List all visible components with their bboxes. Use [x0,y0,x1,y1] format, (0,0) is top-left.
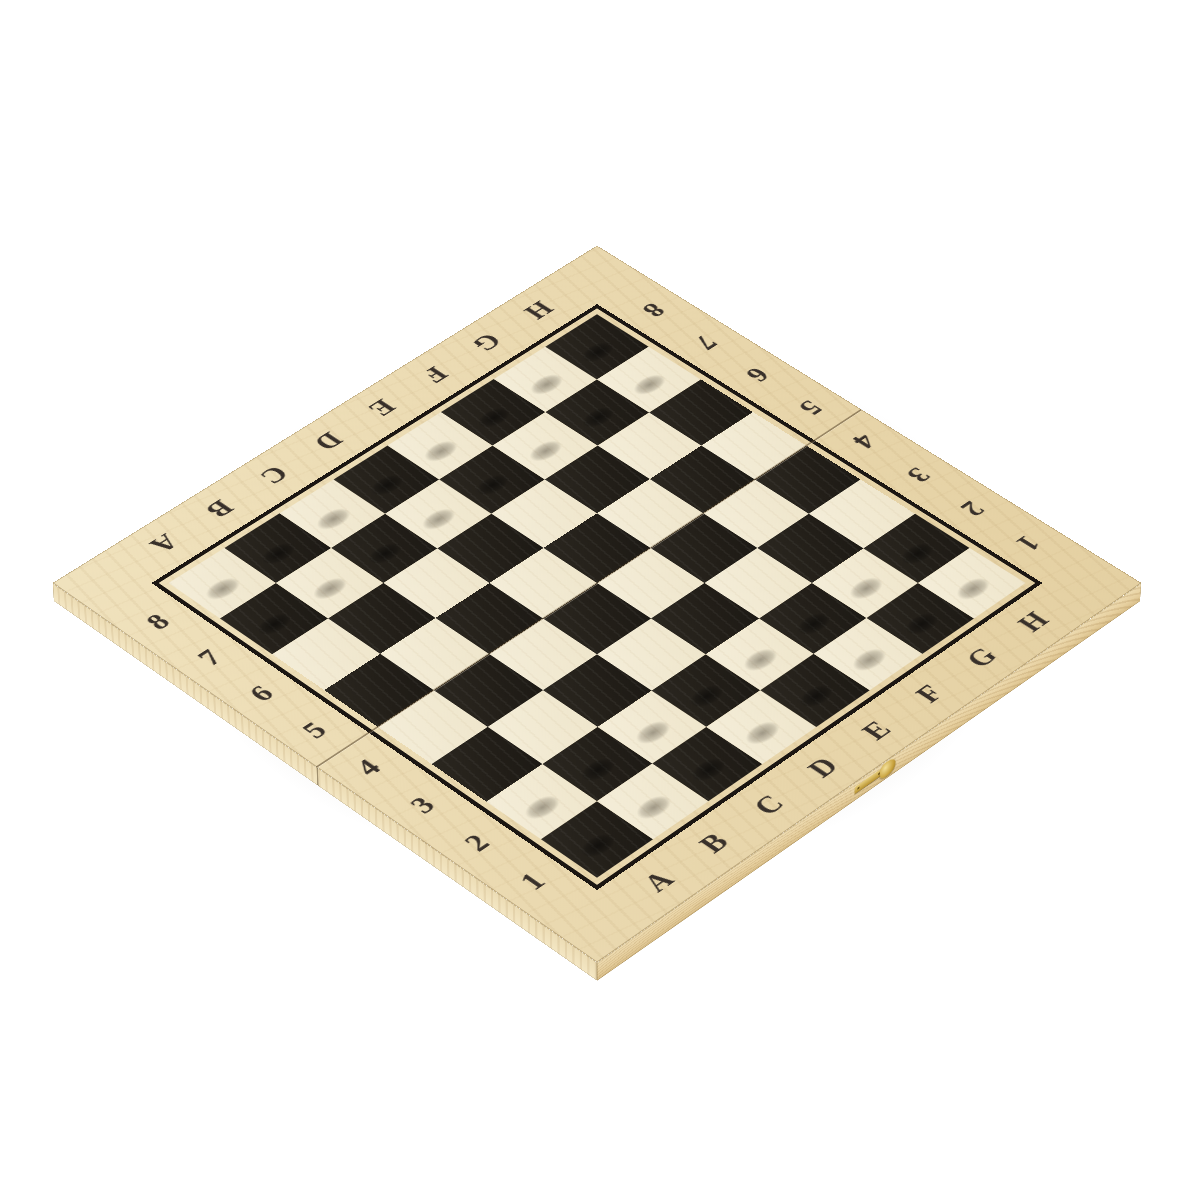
king-spike-finial-icon [435,278,445,298]
file-label-near-g-text: G [961,644,1003,672]
rank-label-far-5-text: 5 [793,397,827,419]
rank-label-near-4-text: 4 [351,756,387,780]
rank-label-near-5-text: 5 [297,719,332,743]
fold-seam-edge-mark [317,767,319,786]
rank-label-far-6-text: 6 [741,364,775,385]
rank-label-far-4-text: 4 [847,430,882,452]
piece-white-rook-a1[interactable]: ♜ [541,801,653,877]
rank-label-near-1-text: 1 [515,869,552,894]
board-top-surface: ♜♞♝♛♚♝♞♜♟♟♟♟♟♟♟♟♟♟♟♟♟♟♟♟♜♞♝♛♚♝♞♜ AA11BB2… [53,246,1142,963]
file-label-near-d-text: D [803,754,845,782]
rank-label-near-3-text: 3 [405,793,441,818]
rank-label-far-7-text: 7 [688,332,722,353]
square-a1[interactable]: ♜ [541,801,653,877]
rank-label-near-2-text: 2 [459,831,495,856]
queen-ball-finial-icon [381,343,392,354]
file-label-near-a-text: A [638,867,680,896]
file-label-near-f-text: F [911,681,950,707]
file-label-near-c-text: C [748,791,790,819]
queen-ball-finial-icon [756,585,767,596]
file-label-near-b-text: B [694,829,735,857]
white-rook-icon: ♜ [537,716,657,849]
king-spike-finial-icon [810,516,820,536]
rank-label-near-6-text: 6 [245,682,280,706]
file-label-near-h-text: H [1013,608,1055,636]
rank-label-near-8-text: 8 [141,610,176,633]
file-label-near-e-text: E [857,717,897,744]
black-pawn-icon: ♟ [232,536,315,629]
chessboard: ♜♞♝♛♚♝♞♜♟♟♟♟♟♟♟♟♟♟♟♟♟♟♟♟♜♞♝♛♚♝♞♜ AA11BB2… [53,246,1142,963]
rank-label-near-7-text: 7 [193,646,228,670]
